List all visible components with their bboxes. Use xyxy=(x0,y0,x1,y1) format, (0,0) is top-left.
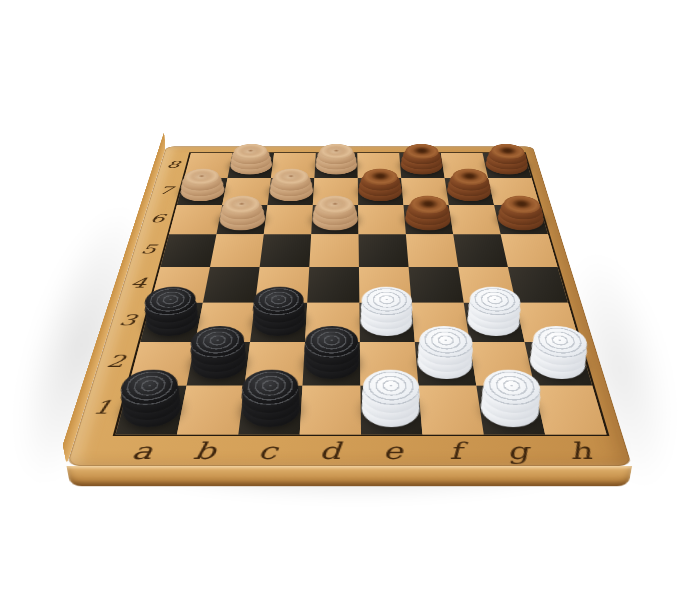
square-f8[interactable] xyxy=(399,153,444,178)
square-h8[interactable] xyxy=(483,153,532,178)
square-f6[interactable] xyxy=(403,205,453,235)
piece-plastic-white-e3[interactable] xyxy=(360,307,413,337)
piece-plastic-white-g1[interactable] xyxy=(478,391,542,428)
square-h1[interactable] xyxy=(534,386,606,435)
square-d1[interactable] xyxy=(300,386,361,435)
piece-plastic-white-g3[interactable] xyxy=(465,307,522,337)
piece-wood-light-b6[interactable] xyxy=(218,208,266,230)
piece-plastic-white-e1[interactable] xyxy=(362,391,421,428)
piece-plastic-black-b2[interactable] xyxy=(189,347,249,380)
square-d8[interactable] xyxy=(314,153,357,178)
square-g6[interactable] xyxy=(449,205,501,235)
square-d6[interactable] xyxy=(311,205,358,235)
square-f4[interactable] xyxy=(409,267,464,303)
square-b5[interactable] xyxy=(210,235,264,267)
square-a6[interactable] xyxy=(169,205,222,235)
square-g3[interactable] xyxy=(464,302,525,341)
piece-wood-light-d6[interactable] xyxy=(312,208,357,230)
piece-wood-light-d8[interactable] xyxy=(315,156,356,175)
square-g5[interactable] xyxy=(453,235,508,267)
square-b8[interactable] xyxy=(228,153,275,178)
piece-plastic-black-c3[interactable] xyxy=(252,307,306,337)
square-c6[interactable] xyxy=(264,205,313,235)
photo-canvas: 87654321 abcdefgh xyxy=(0,0,700,600)
square-f2[interactable] xyxy=(415,342,477,386)
square-e1[interactable] xyxy=(360,386,422,435)
piece-layer xyxy=(405,144,440,159)
square-b2[interactable] xyxy=(187,342,251,386)
piece-plastic-black-a1[interactable] xyxy=(118,391,184,428)
piece-wood-dark-h8[interactable] xyxy=(484,156,530,175)
piece-wood-dark-f8[interactable] xyxy=(400,156,443,175)
square-a1[interactable] xyxy=(116,386,187,435)
square-c7[interactable] xyxy=(268,178,315,205)
square-c3[interactable] xyxy=(250,302,307,341)
piece-wood-light-b8[interactable] xyxy=(229,156,273,175)
piece-plastic-black-c1[interactable] xyxy=(240,391,301,428)
piece-wood-dark-f6[interactable] xyxy=(405,208,452,230)
checkers-board: 87654321 abcdefgh xyxy=(66,146,632,466)
square-g1[interactable] xyxy=(476,386,545,435)
piece-layer xyxy=(317,196,353,214)
square-d4[interactable] xyxy=(307,267,359,303)
piece-plastic-black-a3[interactable] xyxy=(143,307,201,337)
square-e3[interactable] xyxy=(359,302,414,341)
square-f1[interactable] xyxy=(418,386,483,435)
square-g7[interactable] xyxy=(445,178,494,205)
piece-layer xyxy=(363,169,398,185)
square-a5[interactable] xyxy=(160,235,216,267)
square-d2[interactable] xyxy=(302,342,360,386)
square-a7[interactable] xyxy=(177,178,228,205)
piece-layer xyxy=(319,144,352,159)
square-e5[interactable] xyxy=(359,235,409,267)
piece-layer xyxy=(410,196,448,214)
square-b4[interactable] xyxy=(203,267,260,303)
square-c5[interactable] xyxy=(260,235,311,267)
square-f5[interactable] xyxy=(406,235,458,267)
square-h6[interactable] xyxy=(494,205,548,235)
piece-plastic-white-h2[interactable] xyxy=(527,347,590,380)
square-e7[interactable] xyxy=(358,178,404,205)
play-area xyxy=(113,152,610,436)
scene: 87654321 abcdefgh xyxy=(0,0,700,600)
board-front-edge xyxy=(66,466,632,486)
square-b6[interactable] xyxy=(216,205,267,235)
square-h5[interactable] xyxy=(501,235,558,267)
square-c1[interactable] xyxy=(238,386,302,435)
piece-wood-dark-h6[interactable] xyxy=(496,208,546,230)
square-d5[interactable] xyxy=(309,235,359,267)
piece-plastic-white-f2[interactable] xyxy=(416,347,474,380)
square-b1[interactable] xyxy=(177,386,245,435)
piece-plastic-black-d2[interactable] xyxy=(304,347,359,380)
square-e6[interactable] xyxy=(358,205,406,235)
